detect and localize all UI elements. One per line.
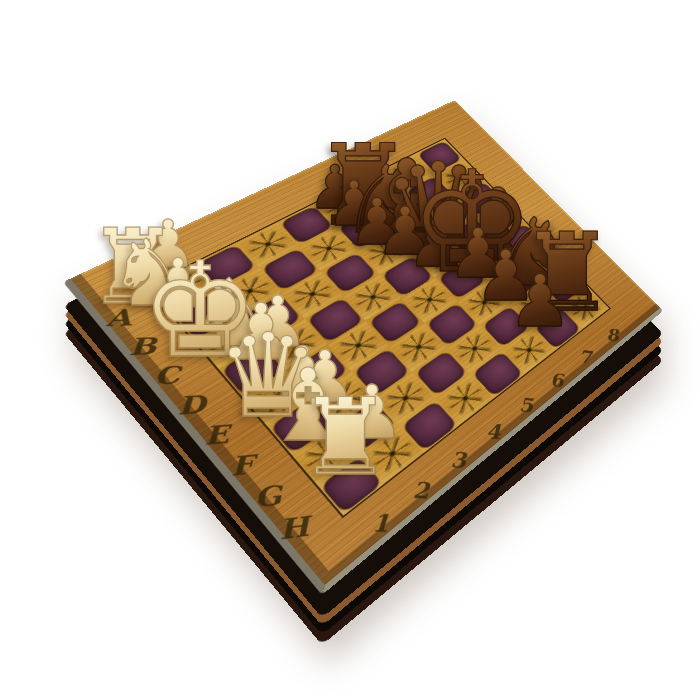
rank-label: 1 — [370, 509, 396, 537]
white-rook[interactable]: ♜ — [292, 385, 398, 491]
file-label: H — [278, 510, 315, 547]
file-label: G — [253, 479, 287, 514]
rank-label: 5 — [518, 394, 537, 417]
file-label: F — [229, 449, 259, 482]
rank-label: 4 — [485, 420, 506, 444]
rank-label: 6 — [549, 370, 567, 392]
chess-photo-scene: ABCDEFGH12345678 ♜♟♞♟♚♞♟♟♛♟♟♝♜♟♟♟♜♞♟♝♟♛♟… — [0, 0, 700, 700]
rank-label: 7 — [579, 347, 596, 368]
file-label: D — [176, 389, 212, 420]
rank-label: 3 — [449, 448, 471, 473]
rank-label: 2 — [411, 477, 435, 503]
dark-pawn[interactable]: ♟ — [504, 265, 576, 337]
